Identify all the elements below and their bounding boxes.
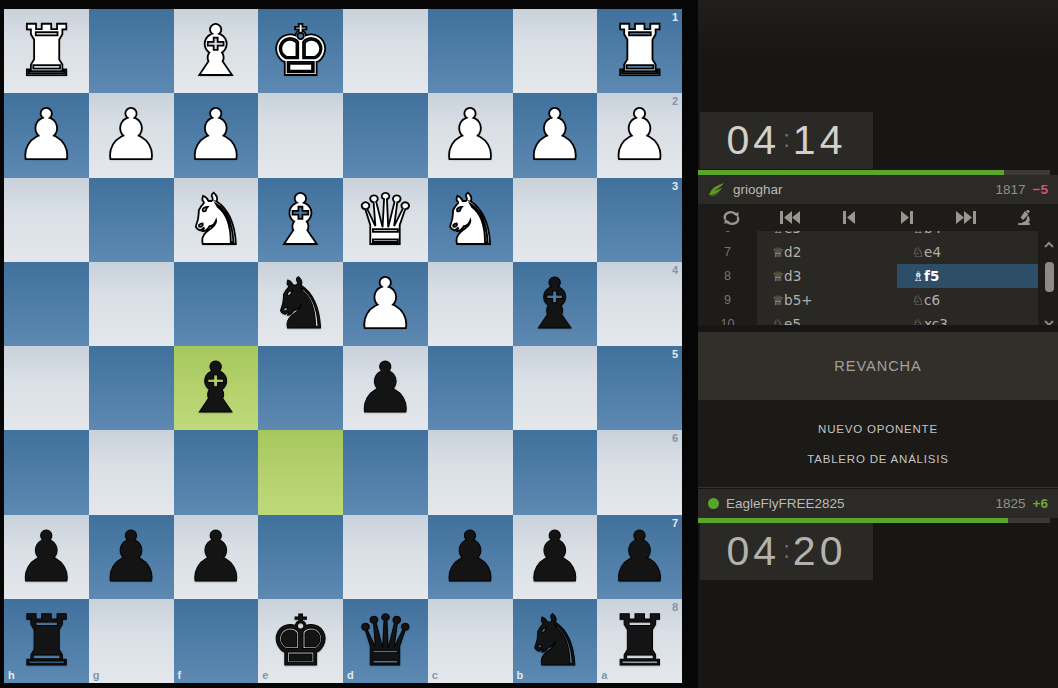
square-c6[interactable] [428, 430, 513, 514]
rematch-button[interactable]: REVANCHA [698, 332, 1058, 400]
clock-colon: : [780, 536, 793, 564]
black-pawn[interactable]: ♟ [184, 515, 247, 599]
white-pawn[interactable]: ♟ [608, 93, 671, 177]
move-10-white[interactable]: ♘e5 [757, 312, 897, 325]
square-f1[interactable]: ♝ [174, 9, 259, 93]
opponent-rating-delta: −5 [1033, 182, 1048, 197]
move-row-10: 10♘e5♘xc3 [698, 312, 1038, 325]
black-pawn[interactable]: ♟ [439, 515, 502, 599]
file-label-d: d [347, 670, 354, 681]
black-pawn[interactable]: ♟ [354, 346, 417, 430]
patron-wing-icon [708, 182, 726, 198]
square-d6[interactable] [343, 430, 428, 514]
square-a4[interactable]: 4 [597, 262, 682, 346]
new-opponent-button[interactable]: NUEVO OPONENTE [818, 423, 938, 435]
online-status-icon [708, 498, 719, 509]
opponent-name[interactable]: grioghar [733, 182, 783, 197]
square-f4[interactable] [174, 262, 259, 346]
move-row-7: 7♕d2♘e4 [698, 240, 1038, 264]
square-g2[interactable]: ♟ [89, 93, 174, 177]
rank-label-8: 8 [672, 602, 678, 613]
move-8-white[interactable]: ♕d3 [757, 264, 897, 288]
square-h6[interactable] [4, 430, 89, 514]
square-f2[interactable]: ♟ [174, 93, 259, 177]
black-bishop[interactable]: ♝ [184, 346, 247, 430]
white-pawn[interactable]: ♟ [439, 93, 502, 177]
square-b4[interactable]: ♝ [513, 262, 598, 346]
square-c7[interactable]: ♟ [428, 515, 513, 599]
square-h4[interactable] [4, 262, 89, 346]
square-f8[interactable]: f [174, 599, 259, 683]
square-e7[interactable] [258, 515, 343, 599]
file-label-g: g [93, 670, 100, 681]
square-g5[interactable] [89, 346, 174, 430]
square-g8[interactable]: g [89, 599, 174, 683]
black-king[interactable]: ♚ [269, 599, 332, 683]
square-a1[interactable]: ♜1 [597, 9, 682, 93]
square-b5[interactable] [513, 346, 598, 430]
rank-label-6: 6 [672, 433, 678, 444]
analysis-board-button[interactable]: TABLERO DE ANÁLISIS [807, 453, 949, 465]
square-f6[interactable] [174, 430, 259, 514]
move-list-scrollbar [1042, 231, 1056, 325]
rank-label-2: 2 [672, 96, 678, 107]
move-nav [698, 204, 1058, 231]
square-f5[interactable]: ♝ [174, 346, 259, 430]
flip-board-icon[interactable] [718, 209, 744, 227]
square-a5[interactable]: 5 [597, 346, 682, 430]
square-h3[interactable] [4, 178, 89, 262]
white-king[interactable]: ♚ [269, 9, 332, 93]
square-g4[interactable] [89, 262, 174, 346]
square-g7[interactable]: ♟ [89, 515, 174, 599]
opponent-row: grioghar 1817 −5 [698, 175, 1058, 204]
white-pawn[interactable]: ♟ [354, 262, 417, 346]
move-6-black[interactable]: ♗b4 [897, 231, 1038, 240]
square-g6[interactable] [89, 430, 174, 514]
move-7-white[interactable]: ♕d2 [757, 240, 897, 264]
black-pawn[interactable]: ♟ [100, 515, 163, 599]
lichess-game-screen: ♜♝♚♜1♟♟♟♟♟♟2♞♝♛♞3♞♟♝4♝♟56♟♟♟♟♟♟7♜hgf♚e♛d… [0, 0, 1058, 688]
square-h7[interactable]: ♟ [4, 515, 89, 599]
square-d4[interactable]: ♟ [343, 262, 428, 346]
square-f3[interactable]: ♞ [174, 178, 259, 262]
move-row-9: 9♕b5+♘c6 [698, 288, 1038, 312]
player-clock: 04:20 [700, 523, 873, 580]
rank-label-4: 4 [672, 265, 678, 276]
square-e4[interactable]: ♞ [258, 262, 343, 346]
clock-seconds: 14 [793, 117, 847, 164]
square-c3[interactable]: ♞ [428, 178, 513, 262]
white-pawn[interactable]: ♟ [184, 93, 247, 177]
square-f7[interactable]: ♟ [174, 515, 259, 599]
scroll-down-icon[interactable] [1044, 313, 1054, 321]
file-label-f: f [178, 670, 182, 681]
square-c8[interactable]: c [428, 599, 513, 683]
square-d5[interactable]: ♟ [343, 346, 428, 430]
opponent-rating: 1817 [996, 182, 1026, 197]
file-label-c: c [432, 670, 438, 681]
square-d2[interactable] [343, 93, 428, 177]
square-e1[interactable]: ♚ [258, 9, 343, 93]
opponent-clock: 04:14 [700, 112, 873, 169]
square-e5[interactable] [258, 346, 343, 430]
move-9-white[interactable]: ♕b5+ [757, 288, 897, 312]
player-row: EagleFlyFREE2825 1825 +6 [698, 489, 1058, 518]
analysis-microscope-icon[interactable] [1012, 209, 1038, 227]
rank-label-3: 3 [672, 181, 678, 192]
scrollbar-thumb[interactable] [1045, 262, 1054, 292]
player-name[interactable]: EagleFlyFREE2825 [726, 496, 845, 511]
file-label-b: b [517, 670, 524, 681]
game-sidebar: 04:14 grioghar 1817 −5 [698, 0, 1058, 688]
chess-board: ♜♝♚♜1♟♟♟♟♟♟2♞♝♛♞3♞♟♝4♝♟56♟♟♟♟♟♟7♜hgf♚e♛d… [4, 9, 682, 683]
square-a2[interactable]: ♟2 [597, 93, 682, 177]
move-8-black[interactable]: ♗f5 [897, 264, 1038, 288]
square-h5[interactable] [4, 346, 89, 430]
clock-colon: : [780, 125, 793, 153]
square-b3[interactable] [513, 178, 598, 262]
white-bishop[interactable]: ♝ [184, 9, 247, 93]
black-pawn[interactable]: ♟ [15, 515, 78, 599]
last-move-icon[interactable] [953, 209, 979, 227]
file-label-a: a [601, 670, 607, 681]
square-c1[interactable] [428, 9, 513, 93]
square-b8[interactable]: ♞b [513, 599, 598, 683]
rematch-label: REVANCHA [834, 358, 922, 374]
file-label-h: h [8, 670, 15, 681]
clock-minutes: 04 [727, 117, 781, 164]
square-a8[interactable]: ♜8a [597, 599, 682, 683]
square-e3[interactable]: ♝ [258, 178, 343, 262]
square-a3[interactable]: 3 [597, 178, 682, 262]
square-a6[interactable]: 6 [597, 430, 682, 514]
square-b1[interactable] [513, 9, 598, 93]
move-number-10: 10 [698, 312, 757, 325]
previous-move-icon[interactable] [836, 209, 862, 227]
square-d1[interactable] [343, 9, 428, 93]
player-rating-delta: +6 [1033, 496, 1048, 511]
player-rating: 1825 [996, 496, 1026, 511]
square-e8[interactable]: ♚e [258, 599, 343, 683]
white-knight[interactable]: ♞ [184, 178, 247, 262]
white-queen[interactable]: ♛ [354, 178, 417, 262]
white-bishop[interactable]: ♝ [269, 178, 332, 262]
black-rook[interactable]: ♜ [15, 599, 78, 683]
move-number-7: 7 [698, 240, 757, 264]
white-pawn[interactable]: ♟ [15, 93, 78, 177]
square-d3[interactable]: ♛ [343, 178, 428, 262]
black-pawn[interactable]: ♟ [608, 515, 671, 599]
rank-label-1: 1 [672, 12, 678, 23]
square-c2[interactable]: ♟ [428, 93, 513, 177]
square-g1[interactable] [89, 9, 174, 93]
move-9-black[interactable]: ♘c6 [897, 288, 1038, 312]
square-g3[interactable] [89, 178, 174, 262]
white-pawn[interactable]: ♟ [523, 93, 586, 177]
square-h2[interactable]: ♟ [4, 93, 89, 177]
black-queen[interactable]: ♛ [354, 599, 417, 683]
clock-seconds: 20 [793, 528, 847, 575]
scroll-up-icon[interactable] [1044, 235, 1054, 243]
black-pawn[interactable]: ♟ [523, 515, 586, 599]
square-d8[interactable]: ♛d [343, 599, 428, 683]
black-knight[interactable]: ♞ [269, 262, 332, 346]
post-game-actions: NUEVO OPONENTE TABLERO DE ANÁLISIS [698, 400, 1058, 488]
square-b7[interactable]: ♟ [513, 515, 598, 599]
black-knight[interactable]: ♞ [523, 599, 586, 683]
first-move-icon[interactable] [777, 209, 803, 227]
square-b2[interactable]: ♟ [513, 93, 598, 177]
move-number-9: 9 [698, 288, 757, 312]
clock-minutes: 04 [727, 528, 781, 575]
move-row-8: 8♕d3♗f5 [698, 264, 1038, 288]
square-h1[interactable]: ♜ [4, 9, 89, 93]
move-number-8: 8 [698, 264, 757, 288]
square-c4[interactable] [428, 262, 513, 346]
white-rook[interactable]: ♜ [608, 9, 671, 93]
chess-board-zone: ♜♝♚♜1♟♟♟♟♟♟2♞♝♛♞3♞♟♝4♝♟56♟♟♟♟♟♟7♜hgf♚e♛d… [0, 0, 688, 688]
square-e2[interactable] [258, 93, 343, 177]
square-h8[interactable]: ♜h [4, 599, 89, 683]
white-pawn[interactable]: ♟ [100, 93, 163, 177]
white-knight[interactable]: ♞ [439, 178, 502, 262]
move-list: 6♗e3♗b47♕d2♘e48♕d3♗f59♕b5+♘c610♘e5♘xc3 [698, 231, 1058, 325]
file-label-e: e [262, 670, 268, 681]
black-rook[interactable]: ♜ [608, 599, 671, 683]
move-rows: 6♗e3♗b47♕d2♘e48♕d3♗f59♕b5+♘c610♘e5♘xc3 [698, 231, 1038, 325]
square-d7[interactable] [343, 515, 428, 599]
square-c5[interactable] [428, 346, 513, 430]
move-number-6: 6 [698, 231, 757, 240]
next-move-icon[interactable] [894, 209, 920, 227]
move-7-black[interactable]: ♘e4 [897, 240, 1038, 264]
rank-label-5: 5 [672, 349, 678, 360]
move-6-white[interactable]: ♗e3 [757, 231, 897, 240]
square-e6[interactable] [258, 430, 343, 514]
black-bishop[interactable]: ♝ [523, 262, 586, 346]
square-a7[interactable]: ♟7 [597, 515, 682, 599]
white-rook[interactable]: ♜ [15, 9, 78, 93]
move-10-black[interactable]: ♘xc3 [897, 312, 1038, 325]
square-b6[interactable] [513, 430, 598, 514]
move-row-6: 6♗e3♗b4 [698, 231, 1038, 240]
rank-label-7: 7 [672, 518, 678, 529]
